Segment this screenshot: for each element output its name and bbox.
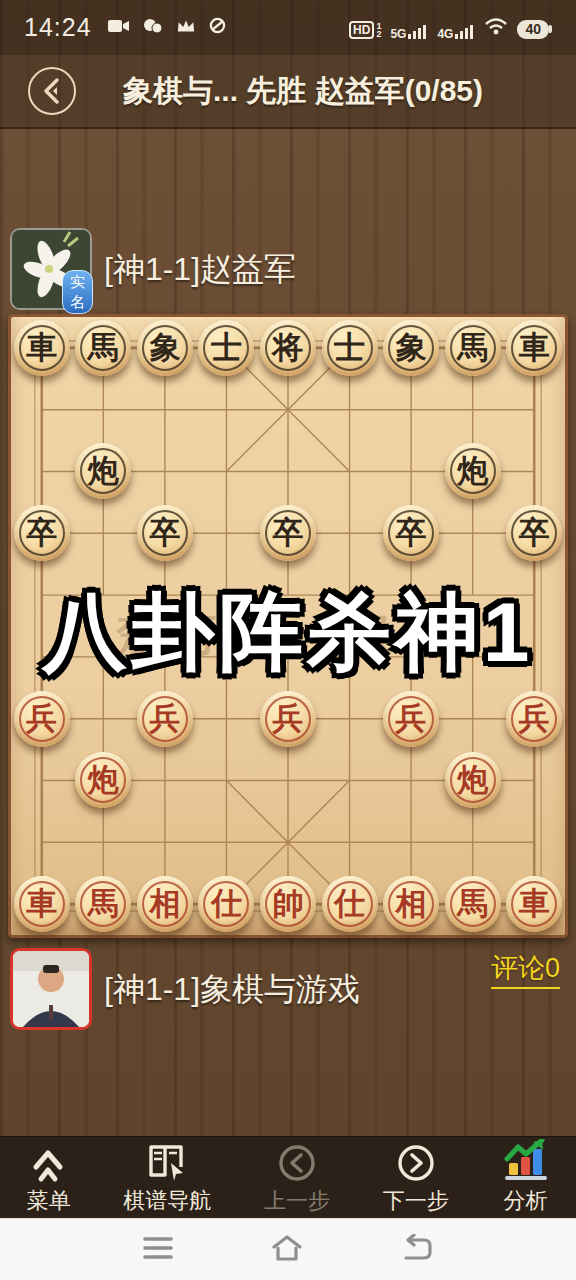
board-cell[interactable]: 車 [503, 317, 565, 379]
board-cell[interactable]: 馬 [442, 873, 504, 935]
board-cell[interactable] [442, 811, 504, 873]
board-cell[interactable] [380, 441, 442, 503]
red-piece[interactable]: 車 [506, 876, 562, 932]
black-piece[interactable]: 卒 [383, 505, 439, 561]
board-cell[interactable]: 炮 [73, 441, 135, 503]
android-nav-bar [0, 1218, 576, 1280]
black-piece[interactable]: 車 [14, 320, 70, 376]
board-cell[interactable] [503, 811, 565, 873]
board-cell[interactable] [380, 750, 442, 812]
board-cell[interactable]: 卒 [503, 502, 565, 564]
board-cell[interactable] [11, 379, 73, 441]
board-cell[interactable]: 兵 [134, 688, 196, 750]
board-cell[interactable] [442, 502, 504, 564]
board-cell[interactable] [196, 688, 258, 750]
board-cell[interactable] [503, 750, 565, 812]
board-cell[interactable] [380, 811, 442, 873]
menu-button[interactable]: 菜单 [26, 1141, 70, 1216]
board-cell[interactable] [319, 688, 381, 750]
red-piece[interactable]: 兵 [506, 691, 562, 747]
analysis-icon [502, 1141, 550, 1183]
black-piece[interactable]: 士 [198, 320, 254, 376]
board-cell[interactable] [503, 379, 565, 441]
board-cell[interactable] [257, 379, 319, 441]
board-cell[interactable]: 車 [11, 317, 73, 379]
board-cell[interactable]: 相 [380, 873, 442, 935]
back-button-nav[interactable] [400, 1234, 434, 1266]
status-right-icons: HD 12 5G 4G 40 [349, 17, 552, 39]
board-cell[interactable] [196, 379, 258, 441]
board-cell[interactable]: 将 [257, 317, 319, 379]
black-piece[interactable]: 馬 [445, 320, 501, 376]
black-piece[interactable]: 士 [322, 320, 378, 376]
board-cell[interactable]: 車 [503, 873, 565, 935]
hd-volte-icon: HD 12 [349, 21, 381, 39]
red-piece[interactable]: 炮 [75, 752, 131, 808]
signal-4g-icon: 4G [437, 24, 475, 39]
board-cell[interactable] [442, 379, 504, 441]
board-cell[interactable] [73, 688, 135, 750]
bottom-player-row: [神1-1]象棋与游戏 评论0 [0, 944, 576, 1036]
notation-nav-icon [145, 1141, 189, 1183]
red-piece[interactable]: 仕 [198, 876, 254, 932]
board-cell[interactable]: 士 [196, 317, 258, 379]
board-cell[interactable]: 相 [134, 873, 196, 935]
board-cell[interactable] [503, 441, 565, 503]
black-piece[interactable]: 炮 [445, 443, 501, 499]
clock: 14:24 [24, 13, 92, 42]
red-piece[interactable]: 馬 [445, 876, 501, 932]
board-cell[interactable]: 仕 [196, 873, 258, 935]
board-cell[interactable] [442, 688, 504, 750]
board-cell[interactable] [11, 811, 73, 873]
board-cell[interactable] [257, 811, 319, 873]
board-cell[interactable] [257, 441, 319, 503]
board-cell[interactable]: 卒 [257, 502, 319, 564]
board-cell[interactable] [11, 750, 73, 812]
red-piece[interactable]: 車 [14, 876, 70, 932]
data-saver-icon [209, 17, 226, 38]
comments-button[interactable]: 评论0 [491, 950, 560, 989]
black-piece[interactable]: 将 [260, 320, 316, 376]
video-icon [108, 18, 130, 38]
board-cell[interactable] [196, 811, 258, 873]
board-cell[interactable]: 兵 [11, 688, 73, 750]
board-cell[interactable]: 象 [380, 317, 442, 379]
red-piece[interactable]: 仕 [322, 876, 378, 932]
app-screen: 14:24 HD 12 5G 4G [0, 0, 576, 1280]
status-left-icons [108, 17, 226, 38]
board-cell[interactable] [73, 811, 135, 873]
board-cell[interactable]: 炮 [442, 750, 504, 812]
chat-icon [143, 18, 163, 38]
board-cell[interactable]: 仕 [319, 873, 381, 935]
board-cell[interactable] [73, 502, 135, 564]
black-piece[interactable]: 象 [383, 320, 439, 376]
board-cell[interactable]: 炮 [73, 750, 135, 812]
board-cell[interactable] [319, 811, 381, 873]
board-cell[interactable]: 士 [319, 317, 381, 379]
menu-icon [28, 1141, 68, 1183]
board-cell[interactable] [73, 379, 135, 441]
board-cell[interactable]: 兵 [380, 688, 442, 750]
board-cell[interactable]: 炮 [442, 441, 504, 503]
red-piece[interactable]: 帥 [260, 876, 316, 932]
next-step-icon [396, 1141, 436, 1183]
black-piece[interactable]: 卒 [137, 505, 193, 561]
board-cell[interactable] [196, 502, 258, 564]
realname-badge: 实名 [62, 270, 93, 314]
board-cell[interactable]: 馬 [73, 873, 135, 935]
red-piece[interactable]: 兵 [14, 691, 70, 747]
black-piece[interactable]: 卒 [506, 505, 562, 561]
avatar-portrait-image [10, 948, 92, 1030]
notation-nav-button[interactable]: 棋谱导航 [123, 1141, 211, 1216]
board-cell[interactable] [319, 750, 381, 812]
top-player-name: [神1-1]赵益军 [104, 224, 296, 316]
board-cell[interactable] [11, 441, 73, 503]
board-cell[interactable] [319, 379, 381, 441]
home-button[interactable] [270, 1234, 304, 1266]
red-piece[interactable]: 兵 [137, 691, 193, 747]
back-button[interactable] [28, 67, 76, 115]
board-cell[interactable]: 兵 [257, 688, 319, 750]
board-cell[interactable]: 帥 [257, 873, 319, 935]
board-cell[interactable] [196, 750, 258, 812]
board-cell[interactable]: 卒 [380, 502, 442, 564]
game-title: 象棋与... 先胜 赵益军(0/85) [0, 71, 576, 112]
red-piece[interactable]: 炮 [445, 752, 501, 808]
red-piece[interactable]: 相 [137, 876, 193, 932]
battery-icon: 40 [517, 20, 552, 39]
bottom-toolbar: 菜单 棋谱导航 上一步 下一步 分析 [0, 1136, 576, 1219]
black-piece[interactable]: 馬 [75, 320, 131, 376]
board-cell[interactable] [319, 502, 381, 564]
top-player-avatar[interactable]: 实名 [10, 228, 92, 310]
analysis-button[interactable]: 分析 [502, 1141, 550, 1216]
red-piece[interactable]: 馬 [75, 876, 131, 932]
board-cell[interactable]: 車 [11, 873, 73, 935]
board-cell[interactable] [134, 811, 196, 873]
board-cell[interactable]: 象 [134, 317, 196, 379]
red-piece[interactable]: 兵 [383, 691, 439, 747]
prev-step-button[interactable]: 上一步 [264, 1141, 330, 1216]
red-piece[interactable]: 兵 [260, 691, 316, 747]
board-cell[interactable]: 兵 [503, 688, 565, 750]
red-piece[interactable]: 相 [383, 876, 439, 932]
board-cell[interactable] [319, 441, 381, 503]
prev-step-icon [277, 1141, 317, 1183]
signal-5g-icon: 5G [390, 24, 428, 39]
wifi-icon [484, 17, 508, 39]
black-piece[interactable]: 象 [137, 320, 193, 376]
board-cell[interactable] [380, 379, 442, 441]
board-cell[interactable] [134, 379, 196, 441]
board-cell[interactable] [134, 750, 196, 812]
header: 象棋与... 先胜 赵益军(0/85) [0, 55, 576, 129]
bottom-player-name: [神1-1]象棋与游戏 [104, 944, 360, 1036]
board-cell[interactable]: 馬 [73, 317, 135, 379]
board-cell[interactable]: 馬 [442, 317, 504, 379]
board-cell[interactable]: 卒 [134, 502, 196, 564]
black-piece[interactable]: 卒 [14, 505, 70, 561]
board-cell[interactable] [134, 441, 196, 503]
board-cell[interactable] [257, 750, 319, 812]
crown-icon [176, 18, 196, 38]
next-step-button[interactable]: 下一步 [383, 1141, 449, 1216]
video-caption-overlay: 八卦阵杀神1 [0, 576, 576, 690]
black-piece[interactable]: 車 [506, 320, 562, 376]
black-piece[interactable]: 卒 [260, 505, 316, 561]
board-cell[interactable] [196, 441, 258, 503]
battery-level: 40 [517, 20, 549, 39]
black-piece[interactable]: 炮 [75, 443, 131, 499]
status-bar: 14:24 HD 12 5G 4G [0, 0, 576, 55]
board-cell[interactable]: 卒 [11, 502, 73, 564]
bottom-player-avatar[interactable] [10, 948, 92, 1030]
top-player-row: 实名 [神1-1]赵益军 [0, 224, 576, 316]
recent-menu-button[interactable] [142, 1235, 174, 1265]
